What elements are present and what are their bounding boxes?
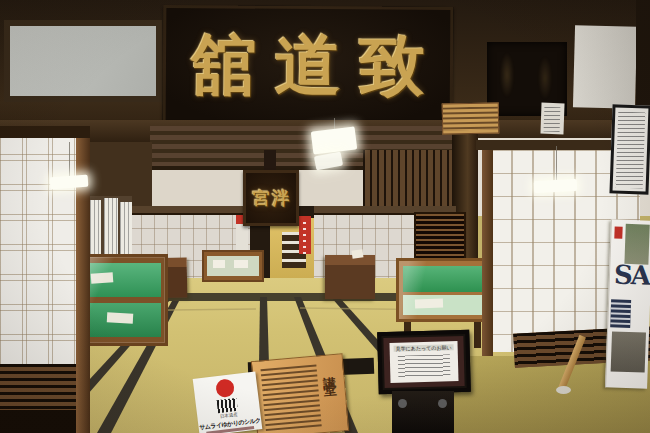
- japan-heritage-sun-icon: [215, 378, 235, 398]
- case-leg: [474, 322, 481, 348]
- shoji-right-stile: [482, 146, 493, 358]
- notice-body-lines: [398, 354, 451, 377]
- kodo-explanation-board: 講堂: [251, 353, 349, 433]
- hall-photo: 舘道致: [0, 0, 650, 433]
- stick-base-weight: [556, 386, 571, 394]
- japan-heritage-stripes-icon: [216, 398, 237, 413]
- writing-desk-right: [325, 255, 375, 299]
- case-glass-reflection: [77, 257, 165, 343]
- case-exhibit: [234, 260, 248, 268]
- lectern-knob: [438, 399, 447, 408]
- sa-poster: SA: [605, 219, 650, 388]
- wooden-explanation-sign: [442, 103, 500, 135]
- kodo-board-title: 講堂: [318, 365, 337, 379]
- small-white-tag: [540, 103, 564, 135]
- case-exhibit: [213, 260, 225, 268]
- heritage-sign: 日本遺産 サムライゆかりのシルク: [193, 371, 263, 433]
- lectern-paper: 見学にあたってのお願い: [389, 341, 458, 383]
- display-case-back: [202, 250, 264, 282]
- hall-plaque: 宮泮: [243, 170, 299, 226]
- lectern-frame: 見学にあたってのお願い: [377, 330, 471, 394]
- shoji-left-slat-base: [0, 364, 80, 412]
- light-cord: [69, 142, 70, 176]
- display-case-right: [396, 258, 492, 322]
- poster-photo-bottom: [611, 331, 646, 372]
- poster-red-stamp-icon: [614, 226, 622, 238]
- poster-letters: SA: [613, 259, 649, 290]
- poster-photo-top: [624, 224, 649, 265]
- light-cord: [556, 146, 557, 180]
- shoji-left-stile: [76, 128, 90, 433]
- shoji-left-bottom-rail: [0, 410, 88, 433]
- kodo-board-text-columns: [261, 364, 322, 431]
- shoji-screen-left: [0, 130, 80, 366]
- fluorescent-light-right: [534, 179, 578, 193]
- notice-text-lines: [616, 112, 646, 189]
- poster-navy-block: [610, 299, 631, 328]
- visitor-notice-title: 見学にあたってのお願い: [394, 344, 454, 352]
- shoji-left-top-rail: [0, 126, 90, 138]
- case-glass-reflection: [399, 261, 489, 319]
- lectern-knob: [398, 399, 407, 408]
- framed-notice-upper-right: [609, 104, 650, 194]
- hall-plaque-text: 宮泮: [253, 187, 293, 210]
- lectern-stand: [392, 391, 454, 433]
- desk-card: [351, 249, 363, 258]
